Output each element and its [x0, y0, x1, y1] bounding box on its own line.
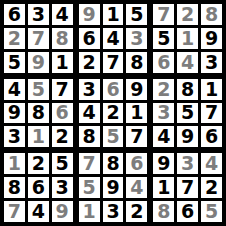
given-digit: 7	[157, 5, 170, 24]
sudoku-cell-r2c5[interactable]: 4	[103, 28, 124, 49]
sudoku-cell-r1c1[interactable]: 6	[4, 4, 25, 25]
sudoku-cell-r9c8[interactable]: 6	[177, 201, 198, 222]
sudoku-cell-r2c2[interactable]: 7	[28, 28, 49, 49]
given-digit: 6	[130, 154, 143, 173]
sudoku-cell-r8c5[interactable]: 9	[103, 177, 124, 198]
given-digit: 7	[82, 154, 95, 173]
solved-digit: 4	[106, 29, 119, 48]
sudoku-cell-r3c9[interactable]: 3	[201, 52, 222, 73]
sudoku-cell-r8c7[interactable]: 1	[153, 177, 174, 198]
solved-digit: 7	[106, 53, 119, 72]
given-digit: 7	[8, 202, 21, 221]
solved-digit: 3	[32, 5, 45, 24]
sudoku-cell-r6c4[interactable]: 8	[79, 126, 100, 147]
given-digit: 5	[82, 178, 95, 197]
sudoku-cell-r9c2[interactable]: 4	[28, 201, 49, 222]
sudoku-cell-r5c9[interactable]: 7	[201, 103, 222, 124]
given-digit: 1	[8, 154, 21, 173]
sudoku-cell-r7c8[interactable]: 3	[177, 153, 198, 174]
sudoku-cell-r5c6[interactable]: 1	[126, 103, 147, 124]
solved-digit: 3	[8, 127, 21, 146]
solved-digit: 9	[106, 178, 119, 197]
solved-digit: 2	[56, 127, 69, 146]
given-digit: 8	[157, 202, 170, 221]
given-digit: 1	[32, 127, 45, 146]
sudoku-cell-r6c3[interactable]: 2	[52, 126, 73, 147]
sudoku-cell-r9c1[interactable]: 7	[4, 201, 25, 222]
solved-digit: 4	[32, 202, 45, 221]
sudoku-cell-r2c8[interactable]: 1	[177, 28, 198, 49]
solved-digit: 5	[8, 53, 21, 72]
sudoku-box: 728519643	[153, 4, 222, 73]
given-digit: 9	[32, 53, 45, 72]
sudoku-cell-r6c6[interactable]: 7	[126, 126, 147, 147]
sudoku-cell-r2c1[interactable]: 2	[4, 28, 25, 49]
given-digit: 1	[82, 202, 95, 221]
sudoku-box: 634278591	[4, 4, 73, 73]
given-digit: 5	[32, 80, 45, 99]
solved-digit: 1	[56, 53, 69, 72]
sudoku-cell-r1c6[interactable]: 5	[126, 4, 147, 25]
sudoku-cell-r1c8[interactable]: 2	[177, 4, 198, 25]
solved-digit: 2	[82, 53, 95, 72]
sudoku-cell-r2c4[interactable]: 6	[79, 28, 100, 49]
sudoku-board: 6342785919156432787285196434579863123694…	[0, 0, 226, 226]
sudoku-box: 125863749	[4, 153, 73, 222]
given-digit: 6	[56, 103, 69, 122]
given-digit: 4	[130, 178, 143, 197]
given-digit: 3	[181, 154, 194, 173]
sudoku-cell-r7c4[interactable]: 7	[79, 153, 100, 174]
sudoku-cell-r8c1[interactable]: 8	[4, 177, 25, 198]
sudoku-cell-r4c1[interactable]: 4	[4, 79, 25, 100]
sudoku-box: 369421857	[79, 79, 148, 148]
sudoku-cell-r7c1[interactable]: 1	[4, 153, 25, 174]
sudoku-box: 915643278	[79, 4, 148, 73]
sudoku-cell-r2c6[interactable]: 3	[126, 28, 147, 49]
sudoku-cell-r4c6[interactable]: 9	[126, 79, 147, 100]
solved-digit: 2	[130, 202, 143, 221]
sudoku-cell-r8c6[interactable]: 4	[126, 177, 147, 198]
sudoku-cell-r9c6[interactable]: 2	[126, 201, 147, 222]
solved-digit: 8	[130, 53, 143, 72]
sudoku-cell-r1c4[interactable]: 9	[79, 4, 100, 25]
solved-digit: 6	[205, 127, 218, 146]
sudoku-cell-r4c4[interactable]: 3	[79, 79, 100, 100]
sudoku-box: 281357496	[153, 79, 222, 148]
solved-digit: 6	[32, 178, 45, 197]
solved-digit: 7	[181, 178, 194, 197]
solved-digit: 4	[82, 103, 95, 122]
sudoku-cell-r3c6[interactable]: 8	[126, 52, 147, 73]
solved-digit: 8	[8, 178, 21, 197]
sudoku-cell-r3c8[interactable]: 4	[177, 52, 198, 73]
solved-digit: 7	[205, 103, 218, 122]
solved-digit: 8	[32, 103, 45, 122]
solved-digit: 6	[8, 5, 21, 24]
solved-digit: 8	[106, 154, 119, 173]
sudoku-cell-r6c9[interactable]: 6	[201, 126, 222, 147]
sudoku-cell-r5c8[interactable]: 5	[177, 103, 198, 124]
given-digit: 5	[205, 202, 218, 221]
solved-digit: 2	[205, 178, 218, 197]
given-digit: 3	[130, 29, 143, 48]
sudoku-cell-r5c3[interactable]: 6	[52, 103, 73, 124]
solved-digit: 5	[181, 103, 194, 122]
sudoku-cell-r3c1[interactable]: 5	[4, 52, 25, 73]
solved-digit: 4	[8, 80, 21, 99]
solved-digit: 7	[56, 80, 69, 99]
solved-digit: 5	[130, 5, 143, 24]
solved-digit: 3	[56, 178, 69, 197]
solved-digit: 6	[82, 29, 95, 48]
given-digit: 5	[106, 127, 119, 146]
solved-digit: 1	[106, 5, 119, 24]
sudoku-cell-r8c8[interactable]: 7	[177, 177, 198, 198]
given-digit: 7	[32, 29, 45, 48]
solved-digit: 5	[56, 154, 69, 173]
given-digit: 8	[56, 29, 69, 48]
solved-digit: 8	[82, 127, 95, 146]
sudoku-cell-r4c7[interactable]: 2	[153, 79, 174, 100]
solved-digit: 8	[181, 80, 194, 99]
sudoku-cell-r3c4[interactable]: 2	[79, 52, 100, 73]
solved-digit: 1	[157, 178, 170, 197]
given-digit: 4	[205, 154, 218, 173]
sudoku-cell-r5c2[interactable]: 8	[28, 103, 49, 124]
given-digit: 3	[157, 103, 170, 122]
solved-digit: 9	[157, 154, 170, 173]
sudoku-cell-r9c5[interactable]: 3	[103, 201, 124, 222]
solved-digit: 9	[130, 80, 143, 99]
sudoku-cell-r6c5[interactable]: 5	[103, 126, 124, 147]
sudoku-cell-r1c3[interactable]: 4	[52, 4, 73, 25]
solved-digit: 2	[106, 103, 119, 122]
given-digit: 9	[56, 202, 69, 221]
sudoku-cell-r7c6[interactable]: 6	[126, 153, 147, 174]
sudoku-cell-r7c9[interactable]: 4	[201, 153, 222, 174]
given-digit: 1	[181, 29, 194, 48]
sudoku-cell-r8c3[interactable]: 3	[52, 177, 73, 198]
sudoku-cell-r4c5[interactable]: 6	[103, 79, 124, 100]
solved-digit: 3	[106, 202, 119, 221]
sudoku-cell-r3c5[interactable]: 7	[103, 52, 124, 73]
solved-digit: 6	[181, 202, 194, 221]
sudoku-box: 457986312	[4, 79, 73, 148]
sudoku-cell-r8c9[interactable]: 2	[201, 177, 222, 198]
sudoku-cell-r9c3[interactable]: 9	[52, 201, 73, 222]
sudoku-cell-r8c4[interactable]: 5	[79, 177, 100, 198]
sudoku-cell-r8c2[interactable]: 6	[28, 177, 49, 198]
solved-digit: 3	[205, 53, 218, 72]
given-digit: 4	[181, 53, 194, 72]
sudoku-cell-r1c9[interactable]: 8	[201, 4, 222, 25]
sudoku-cell-r5c7[interactable]: 3	[153, 103, 174, 124]
solved-digit: 9	[205, 29, 218, 48]
solved-digit: 5	[157, 29, 170, 48]
solved-digit: 2	[32, 154, 45, 173]
sudoku-cell-r5c1[interactable]: 9	[4, 103, 25, 124]
sudoku-cell-r3c3[interactable]: 1	[52, 52, 73, 73]
sudoku-cell-r6c8[interactable]: 9	[177, 126, 198, 147]
sudoku-cell-r6c7[interactable]: 4	[153, 126, 174, 147]
solved-digit: 7	[130, 127, 143, 146]
sudoku-cell-r9c9[interactable]: 5	[201, 201, 222, 222]
sudoku-cell-r7c3[interactable]: 5	[52, 153, 73, 174]
solved-digit: 9	[181, 127, 194, 146]
sudoku-cell-r7c7[interactable]: 9	[153, 153, 174, 174]
solved-digit: 1	[130, 103, 143, 122]
given-digit: 2	[181, 5, 194, 24]
sudoku-cell-r5c5[interactable]: 2	[103, 103, 124, 124]
given-digit: 2	[157, 80, 170, 99]
given-digit: 8	[205, 5, 218, 24]
given-digit: 6	[106, 80, 119, 99]
sudoku-cell-r3c7[interactable]: 6	[153, 52, 174, 73]
solved-digit: 1	[205, 80, 218, 99]
sudoku-cell-r2c3[interactable]: 8	[52, 28, 73, 49]
solved-digit: 9	[8, 103, 21, 122]
sudoku-cell-r2c7[interactable]: 5	[153, 28, 174, 49]
given-digit: 6	[157, 53, 170, 72]
sudoku-box: 934172865	[153, 153, 222, 222]
sudoku-cell-r1c2[interactable]: 3	[28, 4, 49, 25]
sudoku-cell-r6c1[interactable]: 3	[4, 126, 25, 147]
sudoku-cell-r9c7[interactable]: 8	[153, 201, 174, 222]
sudoku-cell-r1c7[interactable]: 7	[153, 4, 174, 25]
sudoku-box: 786594132	[79, 153, 148, 222]
given-digit: 2	[8, 29, 21, 48]
sudoku-cell-r5c4[interactable]: 4	[79, 103, 100, 124]
sudoku-cell-r4c3[interactable]: 7	[52, 79, 73, 100]
sudoku-cell-r4c9[interactable]: 1	[201, 79, 222, 100]
sudoku-cell-r1c5[interactable]: 1	[103, 4, 124, 25]
given-digit: 9	[82, 5, 95, 24]
solved-digit: 4	[56, 5, 69, 24]
sudoku-cell-r9c4[interactable]: 1	[79, 201, 100, 222]
sudoku-cell-r6c2[interactable]: 1	[28, 126, 49, 147]
sudoku-cell-r2c9[interactable]: 9	[201, 28, 222, 49]
sudoku-cell-r3c2[interactable]: 9	[28, 52, 49, 73]
sudoku-cell-r4c2[interactable]: 5	[28, 79, 49, 100]
sudoku-cell-r7c5[interactable]: 8	[103, 153, 124, 174]
solved-digit: 4	[157, 127, 170, 146]
solved-digit: 3	[82, 80, 95, 99]
sudoku-cell-r7c2[interactable]: 2	[28, 153, 49, 174]
sudoku-cell-r4c8[interactable]: 8	[177, 79, 198, 100]
